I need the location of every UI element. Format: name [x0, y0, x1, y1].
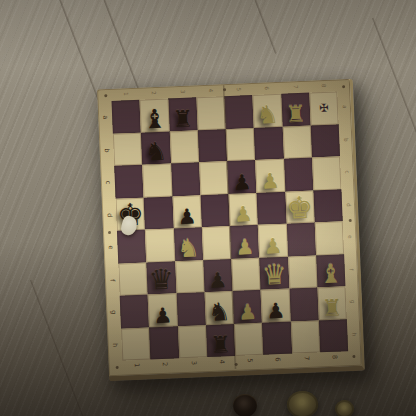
board-square: ♟ [233, 290, 263, 324]
board-square [145, 228, 175, 262]
board-square [113, 132, 143, 166]
board-square [142, 163, 172, 197]
chess-piece-light-pawn: ♟ [234, 204, 254, 226]
board-square [169, 130, 199, 164]
floor-plank-seam [372, 18, 416, 289]
chess-piece-dark-queen: ♛ [148, 265, 174, 294]
chess-piece-dark-rook: ♜ [172, 107, 194, 131]
coordinate-label: h [111, 341, 118, 349]
board-square [224, 95, 254, 129]
board-square [175, 260, 205, 294]
board-square [288, 255, 318, 289]
chess-piece-dark-pawn: ♟ [232, 172, 252, 194]
board-square: ♟ [172, 195, 202, 229]
board-square [231, 257, 261, 291]
board-square [234, 322, 264, 356]
board-square: ✠ [309, 91, 339, 125]
board-square [196, 96, 226, 130]
chess-piece-light-knight: ♞ [256, 101, 279, 127]
board-emblem-stamp: ✠ [319, 102, 329, 115]
chess-piece-dark-pawn: ♟ [177, 206, 197, 228]
board-square: ♜ [281, 93, 311, 127]
chess-piece-light-pawn: ♟ [238, 301, 258, 323]
captured-piece-dark [233, 394, 257, 416]
border-screw-dot [116, 366, 119, 369]
coordinate-label: 3 [179, 88, 185, 96]
floor-plank-seam [250, 0, 277, 54]
coordinate-label: e [346, 233, 352, 241]
coordinate-label: a [102, 113, 109, 121]
board-square [120, 295, 150, 329]
floor-plank-seam [30, 280, 93, 416]
coordinate-label: h [351, 330, 357, 338]
photo-scene: ♝♜♞♜✠♞♟♟♚♟♟♚♞♟♟♛♟♛♝♟♞♟♟♜♜ aa11bb22cc33dd… [0, 0, 416, 416]
coordinate-label: 2 [161, 360, 168, 368]
board-square: ♝ [316, 254, 346, 288]
board-square: ♟ [255, 159, 285, 193]
board-square [257, 191, 287, 225]
board-square [290, 320, 320, 354]
coordinate-label: 4 [207, 86, 213, 94]
border-screw-dot [352, 355, 355, 358]
board-square: ♟ [203, 259, 233, 293]
coordinate-label: 1 [133, 361, 140, 369]
board-square [114, 165, 144, 199]
board-square [198, 129, 228, 163]
chess-piece-dark-knight: ♞ [144, 139, 167, 165]
chess-piece-dark-bishop: ♝ [142, 105, 166, 132]
coordinate-label: c [104, 178, 111, 186]
coordinate-label: g [110, 308, 117, 316]
board-square: ♛ [147, 261, 177, 295]
board-square [310, 124, 340, 158]
coordinate-label: 2 [151, 89, 157, 97]
board-square [171, 162, 201, 196]
chess-piece-light-king: ♚ [286, 193, 314, 224]
coordinate-label: 5 [246, 356, 253, 364]
chess-board: ♝♜♞♜✠♞♟♟♚♟♟♚♞♟♟♛♟♛♝♟♞♟♟♜♜ aa11bb22cc33dd… [97, 79, 365, 381]
coordinate-label: 5 [235, 85, 241, 93]
board-square [312, 156, 342, 190]
chess-piece-light-pawn: ♟ [263, 235, 283, 257]
board-square: ♟ [228, 192, 258, 226]
board-square [284, 158, 314, 192]
board-square [319, 319, 349, 353]
chess-piece-dark-pawn: ♟ [153, 305, 173, 327]
floor-plank-seam [99, 0, 144, 100]
board-square [176, 292, 206, 326]
border-screw-dot [104, 94, 107, 97]
board-square [144, 196, 174, 230]
border-screw-dot [349, 219, 352, 222]
chess-piece-dark-pawn: ♟ [208, 270, 228, 292]
captured-piece-light [335, 400, 354, 416]
coordinate-label: 4 [218, 358, 225, 366]
chess-piece-dark-knight: ♞ [208, 299, 231, 325]
chess-piece-light-pawn: ♟ [261, 170, 281, 192]
coordinate-label: b [103, 146, 110, 154]
chess-piece-dark-pawn: ♟ [266, 300, 286, 322]
coordinate-label: 7 [292, 83, 298, 91]
chess-piece-light-bishop: ♝ [319, 260, 343, 287]
board-square: ♟ [258, 224, 288, 258]
coordinate-label: g [349, 298, 355, 306]
chess-piece-light-rook: ♜ [321, 296, 343, 320]
coordinate-label: d [345, 200, 351, 208]
coordinate-label: 6 [263, 84, 269, 92]
coordinate-label: 1 [122, 90, 128, 98]
board-square: ♟ [227, 160, 257, 194]
board-square [289, 287, 319, 321]
board-square: ♟ [261, 289, 291, 323]
coordinate-label: a [341, 103, 347, 111]
chess-piece-dark-rook: ♜ [210, 333, 232, 357]
coordinate-label: 8 [331, 353, 338, 361]
board-square [117, 230, 147, 264]
board-square: ♞ [253, 94, 283, 128]
board-square: ♟ [148, 293, 178, 327]
board-square: ♛ [259, 256, 289, 290]
board-square [111, 100, 141, 134]
coordinate-label: c [344, 168, 350, 176]
border-screw-dot [342, 85, 345, 88]
board-square: ♜ [206, 323, 236, 357]
captured-piece-light [287, 391, 318, 416]
board-square: ♜ [168, 97, 198, 131]
board-square [199, 161, 229, 195]
board-square: ♞ [173, 227, 203, 261]
board-square [254, 126, 284, 160]
coordinate-label: f [109, 276, 116, 284]
board-square [118, 262, 148, 296]
board-square [200, 194, 230, 228]
board-square: ♜ [317, 286, 347, 320]
board-square [121, 327, 151, 361]
coordinate-label: 7 [303, 354, 310, 362]
coordinate-label: d [106, 211, 113, 219]
board-square: ♝ [140, 99, 170, 133]
board-square: ♟ [230, 225, 260, 259]
board-square [149, 326, 179, 360]
coordinate-label: b [342, 135, 348, 143]
chess-piece-light-queen: ♛ [261, 261, 287, 290]
board-square: ♚ [285, 190, 315, 224]
chess-piece-light-knight: ♞ [177, 235, 200, 261]
coordinate-label: e [107, 243, 114, 251]
coordinate-label: 6 [274, 355, 281, 363]
board-square [202, 226, 232, 260]
board-square [315, 221, 345, 255]
board-square [286, 222, 316, 256]
coordinate-label: f [348, 265, 354, 273]
board-square [177, 325, 207, 359]
board-square [262, 321, 292, 355]
coordinate-label: 8 [320, 82, 326, 90]
board-square: ♞ [204, 291, 234, 325]
chess-piece-light-rook: ♜ [285, 102, 307, 126]
chess-piece-light-pawn: ♟ [235, 237, 255, 259]
board-square: ♞ [141, 131, 171, 165]
board-square [226, 127, 256, 161]
board-square [313, 189, 343, 223]
coordinate-label: 3 [190, 359, 197, 367]
border-screw-dot [108, 231, 111, 234]
board-square [282, 125, 312, 159]
